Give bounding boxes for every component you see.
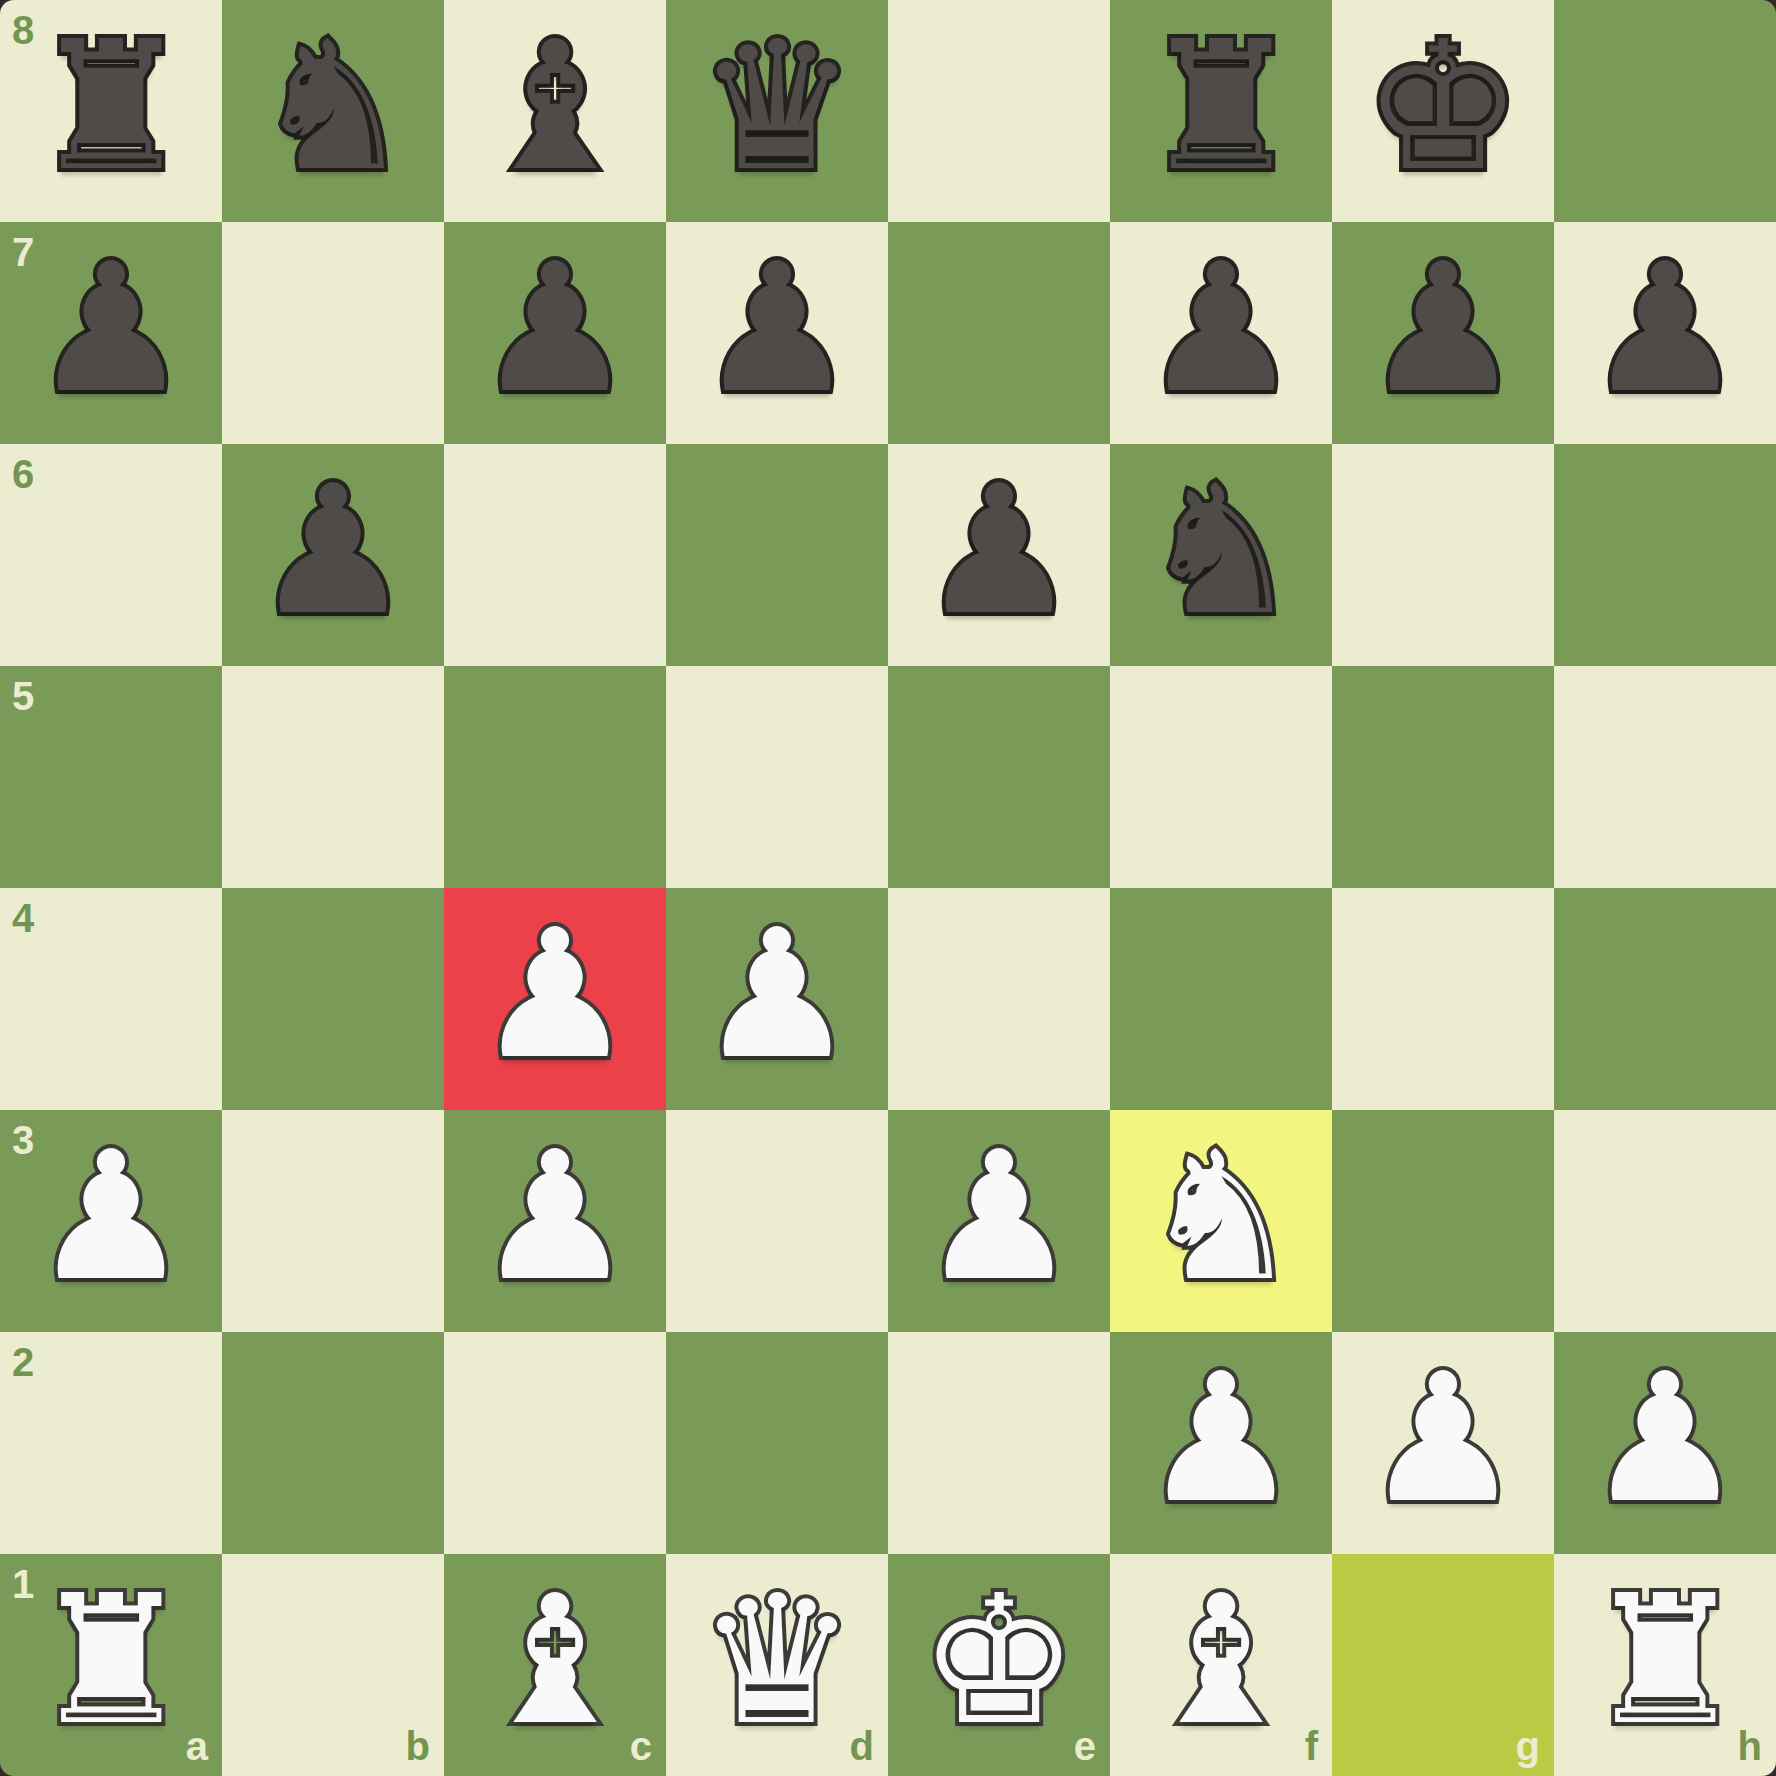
white-pawn-g2[interactable]: ♟ bbox=[1363, 1328, 1523, 1550]
black-knight-b8[interactable]: ♞ bbox=[253, 0, 413, 218]
square-a1[interactable]: 1a♜ bbox=[0, 1554, 222, 1776]
square-c6[interactable] bbox=[444, 444, 666, 666]
square-e8[interactable] bbox=[888, 0, 1110, 222]
square-h1[interactable]: h♜ bbox=[1554, 1554, 1776, 1776]
square-c3[interactable]: ♟ bbox=[444, 1110, 666, 1332]
rank-label-5: 5 bbox=[12, 676, 34, 716]
white-pawn-d4[interactable]: ♟ bbox=[697, 884, 857, 1106]
black-pawn-f7[interactable]: ♟ bbox=[1141, 218, 1301, 440]
square-e2[interactable] bbox=[888, 1332, 1110, 1554]
square-g7[interactable]: ♟ bbox=[1332, 222, 1554, 444]
square-c2[interactable] bbox=[444, 1332, 666, 1554]
black-pawn-d7[interactable]: ♟ bbox=[697, 218, 857, 440]
square-c8[interactable]: ♝ bbox=[444, 0, 666, 222]
square-g8[interactable]: ♚ bbox=[1332, 0, 1554, 222]
square-h8[interactable] bbox=[1554, 0, 1776, 222]
black-king-g8[interactable]: ♚ bbox=[1363, 0, 1523, 218]
square-c5[interactable] bbox=[444, 666, 666, 888]
square-b8[interactable]: ♞ bbox=[222, 0, 444, 222]
black-rook-a8[interactable]: ♜ bbox=[31, 0, 191, 218]
square-d7[interactable]: ♟ bbox=[666, 222, 888, 444]
square-a8[interactable]: 8♜ bbox=[0, 0, 222, 222]
black-pawn-b6[interactable]: ♟ bbox=[253, 440, 413, 662]
square-f8[interactable]: ♜ bbox=[1110, 0, 1332, 222]
square-a7[interactable]: 7♟ bbox=[0, 222, 222, 444]
white-rook-h1[interactable]: ♜ bbox=[1585, 1550, 1745, 1772]
square-b7[interactable] bbox=[222, 222, 444, 444]
square-g3[interactable] bbox=[1332, 1110, 1554, 1332]
square-b3[interactable] bbox=[222, 1110, 444, 1332]
white-knight-f3[interactable]: ♞ bbox=[1141, 1106, 1301, 1328]
square-g6[interactable] bbox=[1332, 444, 1554, 666]
white-pawn-f2[interactable]: ♟ bbox=[1141, 1328, 1301, 1550]
white-bishop-f1[interactable]: ♝ bbox=[1141, 1550, 1301, 1772]
square-d4[interactable]: ♟ bbox=[666, 888, 888, 1110]
file-label-g: g bbox=[1516, 1726, 1540, 1766]
square-f6[interactable]: ♞ bbox=[1110, 444, 1332, 666]
rank-label-6: 6 bbox=[12, 454, 34, 494]
black-rook-f8[interactable]: ♜ bbox=[1141, 0, 1301, 218]
square-e4[interactable] bbox=[888, 888, 1110, 1110]
white-rook-a1[interactable]: ♜ bbox=[31, 1550, 191, 1772]
square-b1[interactable]: b bbox=[222, 1554, 444, 1776]
square-b2[interactable] bbox=[222, 1332, 444, 1554]
square-e6[interactable]: ♟ bbox=[888, 444, 1110, 666]
white-king-e1[interactable]: ♚ bbox=[919, 1550, 1079, 1772]
square-g4[interactable] bbox=[1332, 888, 1554, 1110]
square-e7[interactable] bbox=[888, 222, 1110, 444]
black-pawn-g7[interactable]: ♟ bbox=[1363, 218, 1523, 440]
square-d3[interactable] bbox=[666, 1110, 888, 1332]
square-a3[interactable]: 3♟ bbox=[0, 1110, 222, 1332]
square-g5[interactable] bbox=[1332, 666, 1554, 888]
file-label-b: b bbox=[406, 1726, 430, 1766]
square-f5[interactable] bbox=[1110, 666, 1332, 888]
square-e1[interactable]: e♚ bbox=[888, 1554, 1110, 1776]
black-knight-f6[interactable]: ♞ bbox=[1141, 440, 1301, 662]
white-pawn-e3[interactable]: ♟ bbox=[919, 1106, 1079, 1328]
square-h3[interactable] bbox=[1554, 1110, 1776, 1332]
black-bishop-c8[interactable]: ♝ bbox=[475, 0, 635, 218]
square-f2[interactable]: ♟ bbox=[1110, 1332, 1332, 1554]
square-f7[interactable]: ♟ bbox=[1110, 222, 1332, 444]
square-h2[interactable]: ♟ bbox=[1554, 1332, 1776, 1554]
square-b4[interactable] bbox=[222, 888, 444, 1110]
square-a2[interactable]: 2 bbox=[0, 1332, 222, 1554]
rank-label-2: 2 bbox=[12, 1342, 34, 1382]
square-a6[interactable]: 6 bbox=[0, 444, 222, 666]
rank-label-4: 4 bbox=[12, 898, 34, 938]
square-h5[interactable] bbox=[1554, 666, 1776, 888]
square-a5[interactable]: 5 bbox=[0, 666, 222, 888]
square-d2[interactable] bbox=[666, 1332, 888, 1554]
white-pawn-h2[interactable]: ♟ bbox=[1585, 1328, 1745, 1550]
square-a4[interactable]: 4 bbox=[0, 888, 222, 1110]
square-c1[interactable]: c♝ bbox=[444, 1554, 666, 1776]
square-f1[interactable]: f♝ bbox=[1110, 1554, 1332, 1776]
square-h6[interactable] bbox=[1554, 444, 1776, 666]
square-e3[interactable]: ♟ bbox=[888, 1110, 1110, 1332]
square-c4[interactable]: ♟ bbox=[444, 888, 666, 1110]
black-queen-d8[interactable]: ♛ bbox=[697, 0, 857, 218]
black-pawn-c7[interactable]: ♟ bbox=[475, 218, 635, 440]
white-pawn-c3[interactable]: ♟ bbox=[475, 1106, 635, 1328]
black-pawn-e6[interactable]: ♟ bbox=[919, 440, 1079, 662]
chess-board: 8♜♞♝♛♜♚7♟♟♟♟♟♟6♟♟♞54♟♟3♟♟♟♞2♟♟♟1a♜bc♝d♛e… bbox=[0, 0, 1776, 1776]
square-c7[interactable]: ♟ bbox=[444, 222, 666, 444]
square-h4[interactable] bbox=[1554, 888, 1776, 1110]
square-f3[interactable]: ♞ bbox=[1110, 1110, 1332, 1332]
white-queen-d1[interactable]: ♛ bbox=[697, 1550, 857, 1772]
square-h7[interactable]: ♟ bbox=[1554, 222, 1776, 444]
white-pawn-a3[interactable]: ♟ bbox=[31, 1106, 191, 1328]
square-f4[interactable] bbox=[1110, 888, 1332, 1110]
square-d8[interactable]: ♛ bbox=[666, 0, 888, 222]
square-b6[interactable]: ♟ bbox=[222, 444, 444, 666]
white-pawn-c4[interactable]: ♟ bbox=[475, 884, 635, 1106]
square-b5[interactable] bbox=[222, 666, 444, 888]
square-d5[interactable] bbox=[666, 666, 888, 888]
white-bishop-c1[interactable]: ♝ bbox=[475, 1550, 635, 1772]
square-g2[interactable]: ♟ bbox=[1332, 1332, 1554, 1554]
black-pawn-h7[interactable]: ♟ bbox=[1585, 218, 1745, 440]
file-label-f: f bbox=[1305, 1726, 1318, 1766]
square-d6[interactable] bbox=[666, 444, 888, 666]
square-g1[interactable]: g bbox=[1332, 1554, 1554, 1776]
square-d1[interactable]: d♛ bbox=[666, 1554, 888, 1776]
black-pawn-a7[interactable]: ♟ bbox=[31, 218, 191, 440]
square-e5[interactable] bbox=[888, 666, 1110, 888]
